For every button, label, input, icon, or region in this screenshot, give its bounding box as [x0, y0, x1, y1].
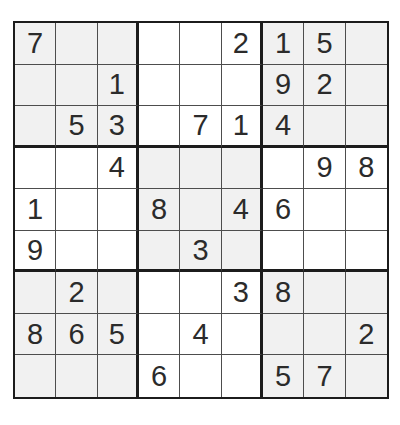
cell-r4c9[interactable]: 8	[346, 148, 387, 190]
given-digit: 4	[109, 153, 125, 182]
cell-r6c9[interactable]	[346, 231, 387, 273]
cell-r7c7[interactable]: 8	[263, 272, 304, 314]
cell-r7c2[interactable]: 2	[56, 272, 97, 314]
cell-r5c4[interactable]: 8	[139, 189, 180, 231]
cell-r1c6[interactable]: 2	[222, 23, 263, 65]
cell-r3c2[interactable]: 5	[56, 106, 97, 148]
cell-r9c7[interactable]: 5	[263, 355, 304, 397]
given-digit: 9	[275, 70, 291, 99]
cell-r1c9[interactable]	[346, 23, 387, 65]
cell-r9c9[interactable]	[346, 355, 387, 397]
sudoku-board: 72151925371449818469323886542657	[13, 21, 389, 399]
cell-r5c5[interactable]	[180, 189, 221, 231]
given-digit: 9	[316, 153, 332, 182]
cell-r9c8[interactable]: 7	[304, 355, 345, 397]
cell-r9c1[interactable]	[15, 355, 56, 397]
cell-r6c1[interactable]: 9	[15, 231, 56, 273]
cell-r5c1[interactable]: 1	[15, 189, 56, 231]
given-digit: 4	[275, 111, 291, 140]
cell-r4c1[interactable]	[15, 148, 56, 190]
cell-r4c8[interactable]: 9	[304, 148, 345, 190]
given-digit: 3	[192, 236, 208, 265]
cell-r4c5[interactable]	[180, 148, 221, 190]
given-digit: 4	[233, 195, 249, 224]
cell-r1c4[interactable]	[139, 23, 180, 65]
given-digit: 8	[27, 320, 43, 349]
cell-r2c2[interactable]	[56, 65, 97, 107]
given-digit: 5	[275, 362, 291, 391]
cell-r9c6[interactable]	[222, 355, 263, 397]
cell-r3c3[interactable]: 3	[98, 106, 139, 148]
cell-r9c5[interactable]	[180, 355, 221, 397]
given-digit: 6	[68, 320, 84, 349]
given-digit: 7	[192, 111, 208, 140]
cell-r3c5[interactable]: 7	[180, 106, 221, 148]
cell-r1c1[interactable]: 7	[15, 23, 56, 65]
cell-r2c4[interactable]	[139, 65, 180, 107]
cell-r9c4[interactable]: 6	[139, 355, 180, 397]
cell-r4c3[interactable]: 4	[98, 148, 139, 190]
given-digit: 6	[151, 362, 167, 391]
cell-r1c8[interactable]: 5	[304, 23, 345, 65]
given-digit: 1	[109, 70, 125, 99]
cell-r8c9[interactable]: 2	[346, 314, 387, 356]
given-digit: 7	[27, 29, 43, 58]
cell-r8c3[interactable]: 5	[98, 314, 139, 356]
cell-r7c5[interactable]	[180, 272, 221, 314]
cell-r6c6[interactable]	[222, 231, 263, 273]
cell-r6c3[interactable]	[98, 231, 139, 273]
cell-r5c9[interactable]	[346, 189, 387, 231]
given-digit: 5	[109, 320, 125, 349]
cell-r8c1[interactable]: 8	[15, 314, 56, 356]
cell-r2c6[interactable]	[222, 65, 263, 107]
cell-r6c4[interactable]	[139, 231, 180, 273]
cell-r3c6[interactable]: 1	[222, 106, 263, 148]
cell-r7c4[interactable]	[139, 272, 180, 314]
cell-r2c7[interactable]: 9	[263, 65, 304, 107]
given-digit: 2	[316, 70, 332, 99]
given-digit: 1	[233, 111, 249, 140]
cell-r4c2[interactable]	[56, 148, 97, 190]
cell-r6c8[interactable]	[304, 231, 345, 273]
cell-r7c9[interactable]	[346, 272, 387, 314]
cell-r7c6[interactable]: 3	[222, 272, 263, 314]
cell-r8c7[interactable]	[263, 314, 304, 356]
given-digit: 8	[358, 153, 374, 182]
given-digit: 9	[27, 236, 43, 265]
given-digit: 7	[316, 362, 332, 391]
cell-r1c5[interactable]	[180, 23, 221, 65]
cell-r8c2[interactable]: 6	[56, 314, 97, 356]
cell-r5c2[interactable]	[56, 189, 97, 231]
given-digit: 4	[192, 320, 208, 349]
cell-r3c4[interactable]	[139, 106, 180, 148]
given-digit: 5	[316, 29, 332, 58]
given-digit: 6	[275, 195, 291, 224]
cell-r8c4[interactable]	[139, 314, 180, 356]
cell-r6c7[interactable]	[263, 231, 304, 273]
cell-r1c7[interactable]: 1	[263, 23, 304, 65]
cell-r4c4[interactable]	[139, 148, 180, 190]
given-digit: 3	[109, 111, 125, 140]
given-digit: 1	[275, 29, 291, 58]
cell-r2c9[interactable]	[346, 65, 387, 107]
cell-r9c2[interactable]	[56, 355, 97, 397]
cell-r4c6[interactable]	[222, 148, 263, 190]
cell-r3c8[interactable]	[304, 106, 345, 148]
cell-r2c5[interactable]	[180, 65, 221, 107]
cell-r5c3[interactable]	[98, 189, 139, 231]
cell-r9c3[interactable]	[98, 355, 139, 397]
cell-r3c1[interactable]	[15, 106, 56, 148]
cell-r5c6[interactable]: 4	[222, 189, 263, 231]
cell-r8c8[interactable]	[304, 314, 345, 356]
cell-r2c3[interactable]: 1	[98, 65, 139, 107]
cell-r2c1[interactable]	[15, 65, 56, 107]
cell-r2c8[interactable]: 2	[304, 65, 345, 107]
cell-r6c5[interactable]: 3	[180, 231, 221, 273]
given-digit: 8	[151, 195, 167, 224]
cell-r7c8[interactable]	[304, 272, 345, 314]
cell-r4c7[interactable]	[263, 148, 304, 190]
cell-r3c9[interactable]	[346, 106, 387, 148]
cell-r7c3[interactable]	[98, 272, 139, 314]
cell-r7c1[interactable]	[15, 272, 56, 314]
cell-r5c8[interactable]	[304, 189, 345, 231]
cell-r1c3[interactable]	[98, 23, 139, 65]
cell-r5c7[interactable]: 6	[263, 189, 304, 231]
cell-r8c6[interactable]	[222, 314, 263, 356]
cell-r1c2[interactable]	[56, 23, 97, 65]
given-digit: 8	[275, 278, 291, 307]
given-digit: 2	[233, 29, 249, 58]
given-digit: 2	[358, 320, 374, 349]
cell-r3c7[interactable]: 4	[263, 106, 304, 148]
given-digit: 3	[233, 278, 249, 307]
given-digit: 1	[27, 195, 43, 224]
cell-r8c5[interactable]: 4	[180, 314, 221, 356]
given-digit: 2	[68, 278, 84, 307]
given-digit: 5	[68, 111, 84, 140]
cell-r6c2[interactable]	[56, 231, 97, 273]
